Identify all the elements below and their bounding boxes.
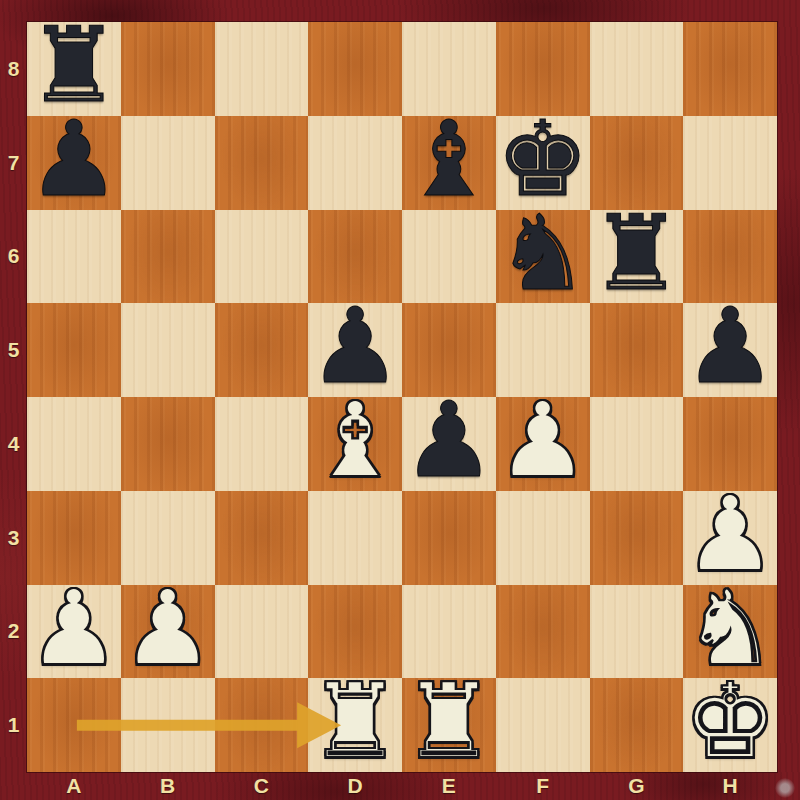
square-g8[interactable] [590,22,684,116]
square-h1[interactable]: ♚ [683,678,777,772]
piece-white-bishop: ♝ [308,394,402,488]
square-f1[interactable] [496,678,590,772]
piece-black-bishop: ♝ [402,113,496,207]
square-a6[interactable] [27,210,121,304]
square-f3[interactable] [496,491,590,585]
square-e7[interactable]: ♝ [402,116,496,210]
piece-white-pawn: ♟ [121,582,215,676]
square-g3[interactable] [590,491,684,585]
file-label-g: G [590,772,684,800]
square-e3[interactable] [402,491,496,585]
square-d3[interactable] [308,491,402,585]
square-b5[interactable] [121,303,215,397]
rank-label-4: 4 [0,397,27,491]
square-f4[interactable]: ♟ [496,397,590,491]
rank-label-3: 3 [0,491,27,585]
square-c3[interactable] [215,491,309,585]
rank-label-8: 8 [0,22,27,116]
piece-black-pawn: ♟ [27,113,121,207]
square-b1[interactable] [121,678,215,772]
square-a1[interactable] [27,678,121,772]
square-c7[interactable] [215,116,309,210]
square-h7[interactable] [683,116,777,210]
square-a7[interactable]: ♟ [27,116,121,210]
square-c6[interactable] [215,210,309,304]
square-e6[interactable] [402,210,496,304]
rank-label-6: 6 [0,210,27,304]
rank-label-2: 2 [0,585,27,679]
square-b8[interactable] [121,22,215,116]
square-b7[interactable] [121,116,215,210]
rank-label-1: 1 [0,678,27,772]
piece-white-pawn: ♟ [496,394,590,488]
piece-white-king: ♚ [683,675,777,769]
square-c4[interactable] [215,397,309,491]
piece-black-pawn: ♟ [402,394,496,488]
square-a2[interactable]: ♟ [27,585,121,679]
square-a5[interactable] [27,303,121,397]
piece-black-pawn: ♟ [683,300,777,394]
square-b6[interactable] [121,210,215,304]
square-c2[interactable] [215,585,309,679]
square-h5[interactable]: ♟ [683,303,777,397]
piece-white-rook: ♜ [402,675,496,769]
square-a4[interactable] [27,397,121,491]
square-d4[interactable]: ♝ [308,397,402,491]
square-d8[interactable] [308,22,402,116]
square-c1[interactable] [215,678,309,772]
rank-labels: 87654321 [0,22,27,772]
square-g4[interactable] [590,397,684,491]
square-f2[interactable] [496,585,590,679]
piece-white-pawn: ♟ [27,582,121,676]
square-e1[interactable]: ♜ [402,678,496,772]
file-label-a: A [27,772,121,800]
square-c5[interactable] [215,303,309,397]
file-label-c: C [215,772,309,800]
file-label-b: B [121,772,215,800]
square-c8[interactable] [215,22,309,116]
square-f6[interactable]: ♞ [496,210,590,304]
square-d7[interactable] [308,116,402,210]
piece-black-knight: ♞ [496,207,590,301]
chess-board: ♜♟♝♚♞♜♟♟♝♟♟♟♟♟♞♜♜♚ [27,22,777,772]
piece-black-rook: ♜ [590,207,684,301]
corner-dot-icon [775,778,795,798]
square-g2[interactable] [590,585,684,679]
square-b4[interactable] [121,397,215,491]
square-e4[interactable]: ♟ [402,397,496,491]
square-d1[interactable]: ♜ [308,678,402,772]
square-g6[interactable]: ♜ [590,210,684,304]
rank-label-5: 5 [0,303,27,397]
piece-white-rook: ♜ [308,675,402,769]
rank-label-7: 7 [0,116,27,210]
square-h8[interactable] [683,22,777,116]
square-g1[interactable] [590,678,684,772]
file-label-f: F [496,772,590,800]
square-g5[interactable] [590,303,684,397]
square-b2[interactable]: ♟ [121,585,215,679]
